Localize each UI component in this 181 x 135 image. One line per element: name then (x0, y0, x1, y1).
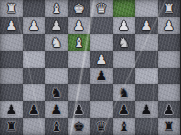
square-g6[interactable] (23, 84, 46, 101)
square-g2[interactable]: ♟ (23, 17, 46, 34)
square-a3[interactable] (158, 34, 181, 51)
square-h8[interactable]: ♜ (0, 118, 23, 135)
square-a4[interactable] (158, 51, 181, 68)
piece-black-rook[interactable]: ♜ (5, 120, 17, 133)
piece-black-queen[interactable]: ♛ (95, 120, 107, 133)
piece-white-pawn[interactable]: ♟ (140, 18, 152, 31)
chess-app-screen: ♜♝♚♛♜♟♟♟♟♟♟♟♞♝♞♟♟♞♞♟♟♟♟♟♟♟♜♝♚♛♝♜ (0, 0, 180, 135)
piece-white-pawn[interactable]: ♟ (50, 18, 62, 31)
piece-black-knight[interactable]: ♞ (118, 86, 130, 99)
square-g7[interactable]: ♟ (23, 101, 46, 118)
square-c4[interactable] (113, 51, 136, 68)
square-c2[interactable]: ♟ (113, 17, 136, 34)
square-e1[interactable]: ♚ (68, 0, 91, 17)
piece-white-pawn[interactable]: ♟ (163, 18, 175, 31)
piece-white-pawn[interactable]: ♟ (73, 18, 85, 31)
piece-black-king[interactable]: ♚ (73, 120, 85, 133)
piece-black-pawn[interactable]: ♟ (140, 103, 152, 116)
piece-white-knight[interactable]: ♞ (118, 35, 130, 48)
piece-black-pawn[interactable]: ♟ (73, 103, 85, 116)
square-a6[interactable] (158, 84, 181, 101)
piece-black-knight[interactable]: ♞ (50, 86, 62, 99)
square-f1[interactable]: ♝ (45, 0, 68, 17)
square-h5[interactable] (0, 68, 23, 85)
square-g1[interactable] (23, 0, 46, 17)
square-h6[interactable] (0, 84, 23, 101)
piece-black-bishop[interactable]: ♝ (50, 120, 62, 133)
square-g5[interactable] (23, 68, 46, 85)
square-b4[interactable] (135, 51, 158, 68)
chess-board: ♜♝♚♛♜♟♟♟♟♟♟♟♞♝♞♟♟♞♞♟♟♟♟♟♟♟♜♝♚♛♝♜ (0, 0, 180, 135)
square-d6[interactable] (90, 84, 113, 101)
square-f8[interactable]: ♝ (45, 118, 68, 135)
square-a7[interactable]: ♟ (158, 101, 181, 118)
piece-white-pawn[interactable]: ♟ (118, 18, 130, 31)
square-h3[interactable] (0, 34, 23, 51)
square-f7[interactable]: ♟ (45, 101, 68, 118)
square-b2[interactable]: ♟ (135, 17, 158, 34)
square-g3[interactable] (23, 34, 46, 51)
square-d3[interactable] (90, 34, 113, 51)
square-h4[interactable] (0, 51, 23, 68)
square-f6[interactable]: ♞ (45, 84, 68, 101)
piece-black-pawn[interactable]: ♟ (95, 69, 107, 82)
square-h2[interactable]: ♟ (0, 17, 23, 34)
piece-white-bishop[interactable]: ♝ (73, 35, 85, 48)
square-c1[interactable] (113, 0, 136, 17)
square-e2[interactable]: ♟ (68, 17, 91, 34)
square-h7[interactable]: ♟ (0, 101, 23, 118)
piece-white-knight[interactable]: ♞ (50, 35, 62, 48)
square-c8[interactable]: ♝ (113, 118, 136, 135)
square-e4[interactable] (68, 51, 91, 68)
square-g8[interactable] (23, 118, 46, 135)
piece-black-pawn[interactable]: ♟ (5, 103, 17, 116)
piece-black-pawn[interactable]: ♟ (28, 103, 40, 116)
square-d8[interactable]: ♛ (90, 118, 113, 135)
square-b5[interactable] (135, 68, 158, 85)
square-d5[interactable]: ♟ (90, 68, 113, 85)
square-a8[interactable]: ♜ (158, 118, 181, 135)
square-c3[interactable]: ♞ (113, 34, 136, 51)
square-a2[interactable]: ♟ (158, 17, 181, 34)
square-d1[interactable]: ♛ (90, 0, 113, 17)
square-b8[interactable] (135, 118, 158, 135)
square-f5[interactable] (45, 68, 68, 85)
square-b1[interactable] (135, 0, 158, 17)
square-e5[interactable] (68, 68, 91, 85)
square-a1[interactable]: ♜ (158, 0, 181, 17)
square-c6[interactable]: ♞ (113, 84, 136, 101)
piece-black-pawn[interactable]: ♟ (163, 103, 175, 116)
square-e8[interactable]: ♚ (68, 118, 91, 135)
piece-white-pawn[interactable]: ♟ (5, 18, 17, 31)
piece-white-pawn[interactable]: ♟ (28, 18, 40, 31)
square-e7[interactable]: ♟ (68, 101, 91, 118)
square-b6[interactable] (135, 84, 158, 101)
piece-white-rook[interactable]: ♜ (163, 1, 175, 14)
square-b7[interactable]: ♟ (135, 101, 158, 118)
square-f2[interactable]: ♟ (45, 17, 68, 34)
piece-black-rook[interactable]: ♜ (163, 120, 175, 133)
square-h1[interactable]: ♜ (0, 0, 23, 17)
square-g4[interactable] (23, 51, 46, 68)
square-e3[interactable]: ♝ (68, 34, 91, 51)
piece-black-pawn[interactable]: ♟ (118, 103, 130, 116)
square-c5[interactable] (113, 68, 136, 85)
square-d7[interactable] (90, 101, 113, 118)
piece-white-pawn[interactable]: ♟ (95, 52, 107, 65)
piece-white-bishop[interactable]: ♝ (50, 1, 62, 14)
piece-white-king[interactable]: ♚ (73, 1, 85, 14)
piece-white-queen[interactable]: ♛ (95, 1, 107, 14)
piece-black-pawn[interactable]: ♟ (50, 103, 62, 116)
square-b3[interactable] (135, 34, 158, 51)
square-f3[interactable]: ♞ (45, 34, 68, 51)
square-f4[interactable] (45, 51, 68, 68)
square-a5[interactable] (158, 68, 181, 85)
square-e6[interactable] (68, 84, 91, 101)
square-d4[interactable]: ♟ (90, 51, 113, 68)
square-d2[interactable] (90, 17, 113, 34)
piece-white-rook[interactable]: ♜ (5, 1, 17, 14)
square-c7[interactable]: ♟ (113, 101, 136, 118)
piece-black-bishop[interactable]: ♝ (118, 120, 130, 133)
